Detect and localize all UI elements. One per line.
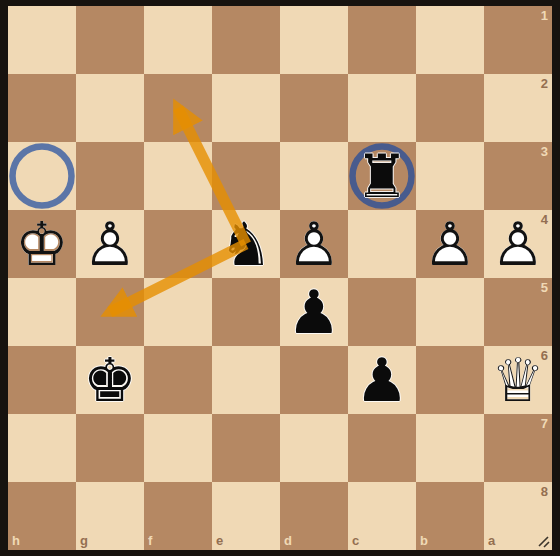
white-pawn-outline: ♙ bbox=[280, 210, 348, 278]
white-king-outline: ♔ bbox=[8, 210, 76, 278]
piece-black-king-g6[interactable]: ♚ bbox=[76, 346, 144, 414]
black-king-glyph: ♚ bbox=[76, 346, 144, 414]
piece-white-pawn-g4[interactable]: ♟♙ bbox=[76, 210, 144, 278]
black-rook-glyph: ♜ bbox=[348, 142, 416, 210]
piece-black-knight-e4[interactable]: ♞ bbox=[212, 210, 280, 278]
piece-black-pawn-d5[interactable]: ♟ bbox=[280, 278, 348, 346]
piece-white-queen-a6[interactable]: ♛♕ bbox=[484, 346, 552, 414]
white-pawn-outline: ♙ bbox=[76, 210, 144, 278]
piece-white-pawn-a4[interactable]: ♟♙ bbox=[484, 210, 552, 278]
white-queen-outline: ♕ bbox=[484, 346, 552, 414]
piece-black-pawn-c6[interactable]: ♟ bbox=[348, 346, 416, 414]
black-knight-glyph: ♞ bbox=[212, 210, 280, 278]
piece-white-pawn-d4[interactable]: ♟♙ bbox=[280, 210, 348, 278]
white-pawn-outline: ♙ bbox=[484, 210, 552, 278]
board-resize-handle-icon[interactable] bbox=[537, 535, 550, 548]
piece-white-pawn-b4[interactable]: ♟♙ bbox=[416, 210, 484, 278]
piece-white-king-h4[interactable]: ♚♔ bbox=[8, 210, 76, 278]
black-pawn-glyph: ♟ bbox=[348, 346, 416, 414]
black-pawn-glyph: ♟ bbox=[280, 278, 348, 346]
white-pawn-outline: ♙ bbox=[416, 210, 484, 278]
piece-black-rook-c3[interactable]: ♜ bbox=[348, 142, 416, 210]
board-frame: 1234567hgfedcb8a ♚♔♟♙♞♟♙♟♙♟♙♜♟♟♚♛♕ bbox=[0, 0, 560, 556]
pieces-layer: ♚♔♟♙♞♟♙♟♙♟♙♜♟♟♚♛♕ bbox=[8, 6, 552, 550]
chess-board: 1234567hgfedcb8a ♚♔♟♙♞♟♙♟♙♟♙♜♟♟♚♛♕ bbox=[8, 6, 552, 550]
